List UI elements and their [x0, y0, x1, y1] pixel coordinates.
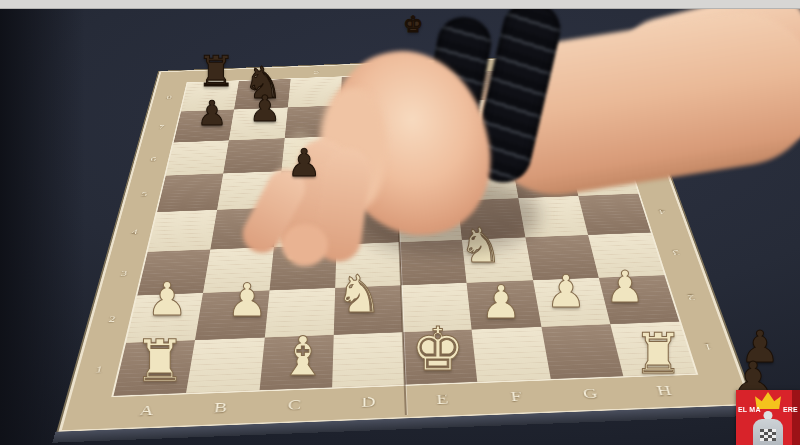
piece-white-bishop-c1[interactable]: ♝	[279, 330, 327, 384]
file-label-A: A	[106, 393, 187, 428]
video-frame: ABCDEFGH8877665544332211ABCDEFGH ♜♟♟♝♞♚♟…	[0, 0, 800, 445]
file-label-D: D	[331, 385, 406, 420]
piece-white-pawn-g2[interactable]: ♟	[546, 269, 586, 314]
square-a4[interactable]	[148, 210, 218, 252]
piece-white-pawn-h2[interactable]: ♟	[605, 265, 644, 309]
piece-black-rook-a8[interactable]: ♜	[197, 51, 235, 93]
piece-black-king-e8[interactable]: ♚	[403, 14, 423, 36]
player-top-bar	[0, 0, 800, 9]
logo-text-right: ERE	[783, 406, 798, 413]
channel-logo: EL MA ERE	[736, 390, 800, 445]
piece-white-rook-a1[interactable]: ♜	[134, 332, 186, 390]
piece-black-pawn-c6[interactable]: ♟	[287, 144, 321, 182]
square-b6[interactable]	[223, 138, 284, 173]
square-f1[interactable]	[472, 327, 550, 382]
piece-white-king-e1[interactable]: ♚	[411, 319, 465, 379]
file-label-C: C	[256, 387, 332, 422]
piece-white-pawn-a2[interactable]: ♟	[146, 276, 187, 322]
piece-white-pawn-f2[interactable]: ♟	[480, 279, 521, 325]
file-label-F: F	[477, 379, 556, 414]
square-a6[interactable]	[166, 140, 229, 176]
square-a5[interactable]	[157, 174, 223, 213]
square-d1[interactable]	[332, 332, 405, 387]
piece-black-pawn-b7[interactable]: ♟	[249, 91, 281, 127]
file-label-E: E	[405, 382, 481, 417]
piece-white-pawn-b2[interactable]: ♟	[226, 277, 267, 323]
square-b1[interactable]	[186, 338, 264, 393]
piece-white-knight-d2[interactable]: ♞	[336, 268, 383, 320]
square-g1[interactable]	[541, 324, 623, 379]
logo-mini-chessboard	[760, 429, 776, 441]
square-h4[interactable]	[578, 194, 651, 235]
file-label-G: G	[550, 376, 631, 411]
piece-black-pawn-a7[interactable]: ♟	[197, 96, 227, 130]
piece-white-rook-h1[interactable]: ♜	[633, 326, 683, 382]
logo-text-left: EL MA	[738, 406, 761, 413]
fingertip	[282, 224, 328, 266]
file-label-B: B	[181, 390, 259, 425]
